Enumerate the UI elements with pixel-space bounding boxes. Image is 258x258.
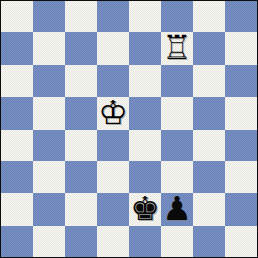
square-f2[interactable]: ♟	[161, 193, 193, 226]
square-g1[interactable]	[193, 226, 225, 257]
square-g4[interactable]	[193, 130, 225, 161]
square-c4[interactable]	[65, 130, 97, 161]
square-c8[interactable]	[65, 1, 97, 32]
square-c6[interactable]	[65, 65, 97, 96]
square-b2[interactable]	[33, 193, 65, 226]
square-e1[interactable]	[129, 226, 161, 257]
square-b3[interactable]	[33, 161, 65, 192]
square-h4[interactable]	[225, 130, 257, 161]
square-d7[interactable]	[97, 32, 129, 65]
square-h3[interactable]	[225, 161, 257, 192]
square-c5[interactable]	[65, 97, 97, 130]
square-g5[interactable]	[193, 97, 225, 130]
black-pawn[interactable]: ♟	[162, 192, 192, 225]
square-f6[interactable]	[161, 65, 193, 96]
square-b1[interactable]	[33, 226, 65, 257]
square-g6[interactable]	[193, 65, 225, 96]
square-h7[interactable]	[225, 32, 257, 65]
black-king[interactable]: ♚	[130, 192, 160, 225]
square-f7[interactable]: ♖	[161, 32, 193, 65]
square-d2[interactable]	[97, 193, 129, 226]
square-a5[interactable]	[1, 97, 33, 130]
square-a3[interactable]	[1, 161, 33, 192]
square-h2[interactable]	[225, 193, 257, 226]
square-b7[interactable]	[33, 32, 65, 65]
square-e5[interactable]	[129, 97, 161, 130]
square-f1[interactable]	[161, 226, 193, 257]
square-g7[interactable]	[193, 32, 225, 65]
square-c3[interactable]	[65, 161, 97, 192]
square-f4[interactable]	[161, 130, 193, 161]
square-c1[interactable]	[65, 226, 97, 257]
square-d1[interactable]	[97, 226, 129, 257]
square-d8[interactable]	[97, 1, 129, 32]
square-b6[interactable]	[33, 65, 65, 96]
square-e2[interactable]: ♚	[129, 193, 161, 226]
square-a1[interactable]	[1, 226, 33, 257]
square-b8[interactable]	[33, 1, 65, 32]
square-a7[interactable]	[1, 32, 33, 65]
square-g2[interactable]	[193, 193, 225, 226]
square-e8[interactable]	[129, 1, 161, 32]
square-e7[interactable]	[129, 32, 161, 65]
square-d5[interactable]: ♔	[97, 97, 129, 130]
square-a2[interactable]	[1, 193, 33, 226]
white-king[interactable]: ♔	[98, 96, 128, 129]
square-f5[interactable]	[161, 97, 193, 130]
square-g8[interactable]	[193, 1, 225, 32]
square-c7[interactable]	[65, 32, 97, 65]
square-h5[interactable]	[225, 97, 257, 130]
square-a4[interactable]	[1, 130, 33, 161]
square-g3[interactable]	[193, 161, 225, 192]
square-e4[interactable]	[129, 130, 161, 161]
square-a8[interactable]	[1, 1, 33, 32]
square-h1[interactable]	[225, 226, 257, 257]
square-d4[interactable]	[97, 130, 129, 161]
white-rook[interactable]: ♖	[162, 31, 192, 64]
square-d3[interactable]	[97, 161, 129, 192]
square-e6[interactable]	[129, 65, 161, 96]
square-c2[interactable]	[65, 193, 97, 226]
chess-board: ♖♔♚♟	[0, 0, 258, 258]
square-h8[interactable]	[225, 1, 257, 32]
square-a6[interactable]	[1, 65, 33, 96]
square-b5[interactable]	[33, 97, 65, 130]
square-b4[interactable]	[33, 130, 65, 161]
square-h6[interactable]	[225, 65, 257, 96]
